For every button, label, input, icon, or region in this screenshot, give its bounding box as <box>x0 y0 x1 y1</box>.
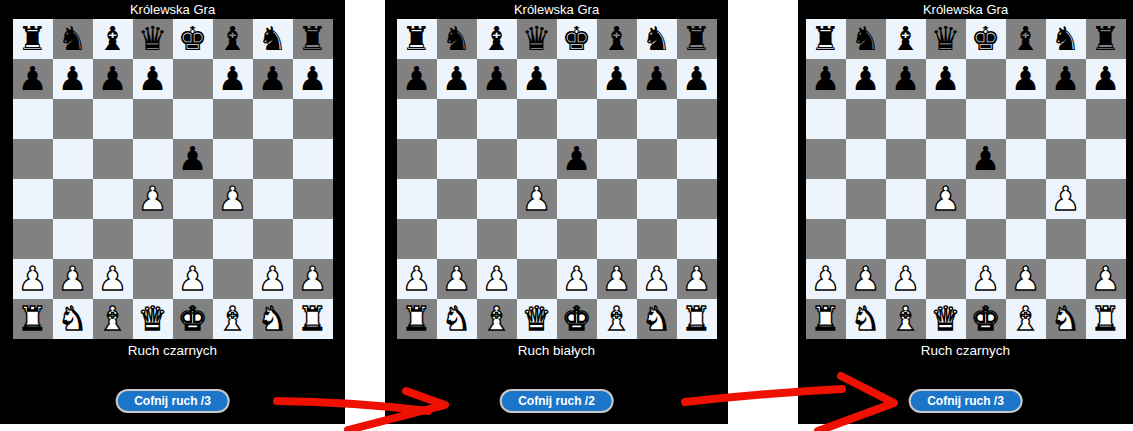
square-c8[interactable]: ♝ <box>477 19 517 59</box>
square-b4[interactable] <box>437 179 477 219</box>
square-d7[interactable]: ♟ <box>133 59 173 99</box>
turn-status-3: Ruch czarnych <box>798 343 1133 358</box>
white-rook: ♜ <box>18 299 48 339</box>
square-c1[interactable]: ♝ <box>886 299 926 339</box>
square-c4[interactable] <box>886 179 926 219</box>
square-e4[interactable] <box>966 179 1006 219</box>
white-knight: ♞ <box>851 299 881 339</box>
square-g3[interactable] <box>637 219 677 259</box>
square-f6[interactable] <box>1006 99 1046 139</box>
square-f3[interactable] <box>213 219 253 259</box>
square-a2[interactable]: ♟ <box>397 259 437 299</box>
white-king: ♚ <box>971 299 1001 339</box>
square-d2[interactable] <box>926 259 966 299</box>
square-d5[interactable] <box>517 139 557 179</box>
square-f5[interactable] <box>597 139 637 179</box>
square-b1[interactable]: ♞ <box>437 299 477 339</box>
square-c1[interactable]: ♝ <box>477 299 517 339</box>
square-f4[interactable]: ♟ <box>213 179 253 219</box>
square-f6[interactable] <box>213 99 253 139</box>
square-g5[interactable] <box>1046 139 1086 179</box>
white-queen: ♛ <box>931 299 961 339</box>
square-g1[interactable]: ♞ <box>1046 299 1086 339</box>
square-g2[interactable]: ♟ <box>637 259 677 299</box>
square-g6[interactable] <box>253 99 293 139</box>
square-g2[interactable]: ♟ <box>253 259 293 299</box>
square-h1[interactable]: ♜ <box>293 299 333 339</box>
square-e7[interactable] <box>557 59 597 99</box>
white-pawn: ♟ <box>682 259 712 299</box>
square-d8[interactable]: ♛ <box>926 19 966 59</box>
square-b1[interactable]: ♞ <box>53 299 93 339</box>
square-c2[interactable]: ♟ <box>93 259 133 299</box>
turn-status-1: Ruch czarnych <box>0 343 345 358</box>
square-h2[interactable]: ♟ <box>677 259 717 299</box>
square-g3[interactable] <box>1046 219 1086 259</box>
square-g6[interactable] <box>1046 99 1086 139</box>
square-g7[interactable]: ♟ <box>637 59 677 99</box>
square-g4[interactable] <box>637 179 677 219</box>
square-f1[interactable]: ♝ <box>1006 299 1046 339</box>
white-pawn: ♟ <box>98 259 128 299</box>
square-b4[interactable] <box>846 179 886 219</box>
square-a1[interactable]: ♜ <box>13 299 53 339</box>
square-d5[interactable] <box>926 139 966 179</box>
square-b4[interactable] <box>53 179 93 219</box>
square-d1[interactable]: ♛ <box>133 299 173 339</box>
black-pawn: ♟ <box>1091 59 1121 99</box>
square-d1[interactable]: ♛ <box>517 299 557 339</box>
square-g6[interactable] <box>637 99 677 139</box>
square-d2[interactable] <box>517 259 557 299</box>
square-c5[interactable] <box>886 139 926 179</box>
app-window-3: Królewska Gra ♜♞♝♛♚♝♞♜♟♟♟♟♟♟♟♟♟♟♟♟♟♟♟♟♜♞… <box>798 0 1133 424</box>
black-knight: ♞ <box>58 19 88 59</box>
white-pawn: ♟ <box>642 259 672 299</box>
square-f4[interactable] <box>1006 179 1046 219</box>
square-g4[interactable] <box>253 179 293 219</box>
square-b8[interactable]: ♞ <box>846 19 886 59</box>
square-e6[interactable] <box>173 99 213 139</box>
square-g4[interactable]: ♟ <box>1046 179 1086 219</box>
black-pawn: ♟ <box>258 59 288 99</box>
square-e1[interactable]: ♚ <box>173 299 213 339</box>
square-h4[interactable] <box>1086 179 1126 219</box>
black-rook: ♜ <box>682 19 712 59</box>
square-d8[interactable]: ♛ <box>133 19 173 59</box>
square-d3[interactable] <box>926 219 966 259</box>
square-e8[interactable]: ♚ <box>557 19 597 59</box>
white-pawn: ♟ <box>602 259 632 299</box>
white-knight: ♞ <box>442 299 472 339</box>
square-h5[interactable] <box>1086 139 1126 179</box>
square-e5[interactable]: ♟ <box>557 139 597 179</box>
square-b7[interactable]: ♟ <box>53 59 93 99</box>
square-h3[interactable] <box>293 219 333 259</box>
white-knight: ♞ <box>642 299 672 339</box>
black-queen: ♛ <box>931 19 961 59</box>
square-e3[interactable] <box>557 219 597 259</box>
black-bishop: ♝ <box>98 19 128 59</box>
square-d7[interactable]: ♟ <box>926 59 966 99</box>
square-e8[interactable]: ♚ <box>173 19 213 59</box>
square-e8[interactable]: ♚ <box>966 19 1006 59</box>
black-bishop: ♝ <box>482 19 512 59</box>
square-g3[interactable] <box>253 219 293 259</box>
white-pawn: ♟ <box>18 259 48 299</box>
black-pawn: ♟ <box>891 59 921 99</box>
black-pawn: ♟ <box>562 139 592 179</box>
black-pawn: ♟ <box>218 59 248 99</box>
square-d7[interactable]: ♟ <box>517 59 557 99</box>
square-a8[interactable]: ♜ <box>13 19 53 59</box>
square-e2[interactable]: ♟ <box>966 259 1006 299</box>
square-f2[interactable]: ♟ <box>597 259 637 299</box>
black-pawn: ♟ <box>442 59 472 99</box>
white-queen: ♛ <box>522 299 552 339</box>
square-a5[interactable] <box>397 139 437 179</box>
square-a1[interactable]: ♜ <box>806 299 846 339</box>
black-knight: ♞ <box>851 19 881 59</box>
black-pawn: ♟ <box>682 59 712 99</box>
square-c2[interactable]: ♟ <box>886 259 926 299</box>
square-a6[interactable] <box>397 99 437 139</box>
square-e7[interactable] <box>966 59 1006 99</box>
black-pawn: ♟ <box>522 59 552 99</box>
square-b8[interactable]: ♞ <box>53 19 93 59</box>
white-knight: ♞ <box>1051 299 1081 339</box>
square-f7[interactable]: ♟ <box>597 59 637 99</box>
square-b2[interactable]: ♟ <box>53 259 93 299</box>
white-bishop: ♝ <box>1011 299 1041 339</box>
white-pawn: ♟ <box>971 259 1001 299</box>
app-title: Królewska Gra <box>385 2 728 17</box>
square-d3[interactable] <box>133 219 173 259</box>
square-b6[interactable] <box>846 99 886 139</box>
square-c6[interactable] <box>93 99 133 139</box>
white-rook: ♜ <box>811 299 841 339</box>
square-a7[interactable]: ♟ <box>13 59 53 99</box>
square-c6[interactable] <box>886 99 926 139</box>
square-h8[interactable]: ♜ <box>1086 19 1126 59</box>
square-a8[interactable]: ♜ <box>397 19 437 59</box>
white-pawn: ♟ <box>1091 259 1121 299</box>
square-c2[interactable]: ♟ <box>477 259 517 299</box>
black-knight: ♞ <box>258 19 288 59</box>
square-f1[interactable]: ♝ <box>213 299 253 339</box>
square-f7[interactable]: ♟ <box>213 59 253 99</box>
white-bishop: ♝ <box>891 299 921 339</box>
black-pawn: ♟ <box>1051 59 1081 99</box>
app-title: Królewska Gra <box>0 2 345 17</box>
square-h8[interactable]: ♜ <box>677 19 717 59</box>
square-b8[interactable]: ♞ <box>437 19 477 59</box>
square-a2[interactable]: ♟ <box>13 259 53 299</box>
black-pawn: ♟ <box>298 59 328 99</box>
square-f8[interactable]: ♝ <box>213 19 253 59</box>
undo-move-button-3[interactable]: Cofnij ruch /3 <box>908 389 1023 413</box>
white-bishop: ♝ <box>482 299 512 339</box>
black-pawn: ♟ <box>98 59 128 99</box>
square-c5[interactable] <box>477 139 517 179</box>
square-f7[interactable]: ♟ <box>1006 59 1046 99</box>
square-d6[interactable] <box>517 99 557 139</box>
black-king: ♚ <box>178 19 208 59</box>
square-f8[interactable]: ♝ <box>597 19 637 59</box>
square-b6[interactable] <box>53 99 93 139</box>
square-e3[interactable] <box>173 219 213 259</box>
square-c8[interactable]: ♝ <box>886 19 926 59</box>
square-a4[interactable] <box>13 179 53 219</box>
square-e6[interactable] <box>557 99 597 139</box>
square-a7[interactable]: ♟ <box>397 59 437 99</box>
chess-board-2: ♜♞♝♛♚♝♞♜♟♟♟♟♟♟♟♟♟♟♟♟♟♟♟♟♜♞♝♛♚♝♞♜ <box>397 19 717 339</box>
square-g5[interactable] <box>253 139 293 179</box>
black-queen: ♛ <box>522 19 552 59</box>
black-rook: ♜ <box>298 19 328 59</box>
square-h4[interactable] <box>293 179 333 219</box>
square-d5[interactable] <box>133 139 173 179</box>
square-b5[interactable] <box>437 139 477 179</box>
black-rook: ♜ <box>811 19 841 59</box>
square-e2[interactable]: ♟ <box>173 259 213 299</box>
black-pawn: ♟ <box>138 59 168 99</box>
black-rook: ♜ <box>18 19 48 59</box>
black-bishop: ♝ <box>891 19 921 59</box>
white-pawn: ♟ <box>522 179 552 219</box>
white-queen: ♛ <box>138 299 168 339</box>
square-e6[interactable] <box>966 99 1006 139</box>
white-bishop: ♝ <box>218 299 248 339</box>
black-pawn: ♟ <box>1011 59 1041 99</box>
undo-move-button-1[interactable]: Cofnij ruch /3 <box>115 389 230 413</box>
black-pawn: ♟ <box>482 59 512 99</box>
square-e7[interactable] <box>173 59 213 99</box>
white-pawn: ♟ <box>891 259 921 299</box>
square-b1[interactable]: ♞ <box>846 299 886 339</box>
square-f5[interactable] <box>213 139 253 179</box>
square-f3[interactable] <box>597 219 637 259</box>
black-king: ♚ <box>971 19 1001 59</box>
square-b2[interactable]: ♟ <box>437 259 477 299</box>
white-bishop: ♝ <box>602 299 632 339</box>
square-c4[interactable] <box>93 179 133 219</box>
white-king: ♚ <box>562 299 592 339</box>
black-pawn: ♟ <box>58 59 88 99</box>
black-king: ♚ <box>562 19 592 59</box>
square-a4[interactable] <box>397 179 437 219</box>
square-h8[interactable]: ♜ <box>293 19 333 59</box>
square-h3[interactable] <box>677 219 717 259</box>
square-a3[interactable] <box>806 219 846 259</box>
square-c3[interactable] <box>886 219 926 259</box>
square-c4[interactable] <box>477 179 517 219</box>
square-f4[interactable] <box>597 179 637 219</box>
square-d4[interactable]: ♟ <box>926 179 966 219</box>
chess-board-1: ♜♞♝♛♚♝♞♜♟♟♟♟♟♟♟♟♟♟♟♟♟♟♟♟♜♞♝♛♚♝♞♜ <box>13 19 333 339</box>
square-e4[interactable] <box>173 179 213 219</box>
white-pawn: ♟ <box>218 179 248 219</box>
black-pawn: ♟ <box>642 59 672 99</box>
square-b2[interactable]: ♟ <box>846 259 886 299</box>
square-c7[interactable]: ♟ <box>93 59 133 99</box>
square-b6[interactable] <box>437 99 477 139</box>
square-f3[interactable] <box>1006 219 1046 259</box>
black-bishop: ♝ <box>218 19 248 59</box>
turn-status-2: Ruch białych <box>385 343 728 358</box>
square-h5[interactable] <box>677 139 717 179</box>
white-knight: ♞ <box>258 299 288 339</box>
square-d4[interactable]: ♟ <box>133 179 173 219</box>
square-f6[interactable] <box>597 99 637 139</box>
square-a1[interactable]: ♜ <box>397 299 437 339</box>
undo-move-button-2[interactable]: Cofnij ruch /2 <box>499 389 614 413</box>
app-window-1: Królewska Gra ♜♞♝♛♚♝♞♜♟♟♟♟♟♟♟♟♟♟♟♟♟♟♟♟♜♞… <box>0 0 345 424</box>
black-rook: ♜ <box>1091 19 1121 59</box>
square-h7[interactable]: ♟ <box>293 59 333 99</box>
square-f1[interactable]: ♝ <box>597 299 637 339</box>
square-g7[interactable]: ♟ <box>1046 59 1086 99</box>
square-e3[interactable] <box>966 219 1006 259</box>
square-f8[interactable]: ♝ <box>1006 19 1046 59</box>
square-a5[interactable] <box>13 139 53 179</box>
square-d6[interactable] <box>926 99 966 139</box>
white-rook: ♜ <box>682 299 712 339</box>
square-g8[interactable]: ♞ <box>637 19 677 59</box>
white-bishop: ♝ <box>98 299 128 339</box>
square-a6[interactable] <box>13 99 53 139</box>
black-knight: ♞ <box>442 19 472 59</box>
square-h3[interactable] <box>1086 219 1126 259</box>
square-h1[interactable]: ♜ <box>1086 299 1126 339</box>
square-a7[interactable]: ♟ <box>806 59 846 99</box>
chess-board-3: ♜♞♝♛♚♝♞♜♟♟♟♟♟♟♟♟♟♟♟♟♟♟♟♟♜♞♝♛♚♝♞♜ <box>806 19 1126 339</box>
white-pawn: ♟ <box>138 179 168 219</box>
square-b3[interactable] <box>437 219 477 259</box>
square-f2[interactable] <box>213 259 253 299</box>
white-pawn: ♟ <box>931 179 961 219</box>
black-knight: ♞ <box>1051 19 1081 59</box>
square-b7[interactable]: ♟ <box>437 59 477 99</box>
square-h7[interactable]: ♟ <box>677 59 717 99</box>
white-pawn: ♟ <box>258 259 288 299</box>
black-pawn: ♟ <box>971 139 1001 179</box>
white-pawn: ♟ <box>442 259 472 299</box>
square-e4[interactable] <box>557 179 597 219</box>
square-c7[interactable]: ♟ <box>886 59 926 99</box>
white-pawn: ♟ <box>178 259 208 299</box>
white-pawn: ♟ <box>58 259 88 299</box>
white-rook: ♜ <box>298 299 328 339</box>
square-a5[interactable] <box>806 139 846 179</box>
app-window-2: Królewska Gra ♜♞♝♛♚♝♞♜♟♟♟♟♟♟♟♟♟♟♟♟♟♟♟♟♜♞… <box>385 0 728 424</box>
black-pawn: ♟ <box>18 59 48 99</box>
square-a8[interactable]: ♜ <box>806 19 846 59</box>
square-e1[interactable]: ♚ <box>966 299 1006 339</box>
white-king: ♚ <box>178 299 208 339</box>
white-rook: ♜ <box>1091 299 1121 339</box>
square-a6[interactable] <box>806 99 846 139</box>
square-a3[interactable] <box>13 219 53 259</box>
square-g8[interactable]: ♞ <box>253 19 293 59</box>
square-c7[interactable]: ♟ <box>477 59 517 99</box>
square-f2[interactable]: ♟ <box>1006 259 1046 299</box>
square-h6[interactable] <box>1086 99 1126 139</box>
white-pawn: ♟ <box>298 259 328 299</box>
square-d4[interactable]: ♟ <box>517 179 557 219</box>
square-h1[interactable]: ♜ <box>677 299 717 339</box>
black-bishop: ♝ <box>1011 19 1041 59</box>
square-g1[interactable]: ♞ <box>253 299 293 339</box>
square-h7[interactable]: ♟ <box>1086 59 1126 99</box>
square-h5[interactable] <box>293 139 333 179</box>
white-pawn: ♟ <box>851 259 881 299</box>
black-knight: ♞ <box>642 19 672 59</box>
square-h2[interactable]: ♟ <box>293 259 333 299</box>
square-c8[interactable]: ♝ <box>93 19 133 59</box>
white-pawn: ♟ <box>1051 179 1081 219</box>
black-rook: ♜ <box>402 19 432 59</box>
white-pawn: ♟ <box>811 259 841 299</box>
app-title: Królewska Gra <box>798 2 1133 17</box>
square-h2[interactable]: ♟ <box>1086 259 1126 299</box>
white-pawn: ♟ <box>482 259 512 299</box>
square-h4[interactable] <box>677 179 717 219</box>
black-queen: ♛ <box>138 19 168 59</box>
black-pawn: ♟ <box>178 139 208 179</box>
black-pawn: ♟ <box>851 59 881 99</box>
square-e5[interactable]: ♟ <box>173 139 213 179</box>
square-d6[interactable] <box>133 99 173 139</box>
square-g5[interactable] <box>637 139 677 179</box>
square-g7[interactable]: ♟ <box>253 59 293 99</box>
square-b5[interactable] <box>846 139 886 179</box>
square-c5[interactable] <box>93 139 133 179</box>
white-pawn: ♟ <box>402 259 432 299</box>
white-pawn: ♟ <box>562 259 592 299</box>
black-pawn: ♟ <box>931 59 961 99</box>
square-a2[interactable]: ♟ <box>806 259 846 299</box>
white-pawn: ♟ <box>1011 259 1041 299</box>
square-b7[interactable]: ♟ <box>846 59 886 99</box>
square-g8[interactable]: ♞ <box>1046 19 1086 59</box>
square-h6[interactable] <box>677 99 717 139</box>
square-d3[interactable] <box>517 219 557 259</box>
square-c3[interactable] <box>93 219 133 259</box>
square-d1[interactable]: ♛ <box>926 299 966 339</box>
square-h6[interactable] <box>293 99 333 139</box>
square-d2[interactable] <box>133 259 173 299</box>
square-e1[interactable]: ♚ <box>557 299 597 339</box>
black-pawn: ♟ <box>602 59 632 99</box>
square-c1[interactable]: ♝ <box>93 299 133 339</box>
square-c3[interactable] <box>477 219 517 259</box>
square-e2[interactable]: ♟ <box>557 259 597 299</box>
square-c6[interactable] <box>477 99 517 139</box>
square-a4[interactable] <box>806 179 846 219</box>
square-b5[interactable] <box>53 139 93 179</box>
square-e5[interactable]: ♟ <box>966 139 1006 179</box>
square-d8[interactable]: ♛ <box>517 19 557 59</box>
square-f5[interactable] <box>1006 139 1046 179</box>
square-g2[interactable] <box>1046 259 1086 299</box>
square-b3[interactable] <box>53 219 93 259</box>
square-g1[interactable]: ♞ <box>637 299 677 339</box>
black-bishop: ♝ <box>602 19 632 59</box>
square-b3[interactable] <box>846 219 886 259</box>
white-knight: ♞ <box>58 299 88 339</box>
square-a3[interactable] <box>397 219 437 259</box>
